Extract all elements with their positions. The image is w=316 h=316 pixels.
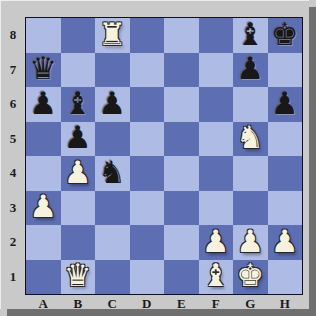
- square-e8[interactable]: [164, 18, 199, 53]
- square-e1[interactable]: [164, 260, 199, 295]
- square-a8[interactable]: [26, 18, 61, 53]
- rank-label-8: 8: [1, 18, 25, 53]
- square-c7[interactable]: [95, 53, 130, 88]
- square-c4[interactable]: ♞: [95, 156, 130, 191]
- square-g5[interactable]: ♞: [233, 122, 268, 157]
- square-a2[interactable]: [26, 225, 61, 260]
- file-label-a: A: [26, 296, 61, 311]
- square-g3[interactable]: [233, 191, 268, 226]
- rank-labels: 87654321: [1, 18, 25, 294]
- piece-black-bishop[interactable]: ♝: [64, 88, 92, 119]
- rank-label-4: 4: [1, 156, 25, 191]
- rank-label-3: 3: [1, 191, 25, 226]
- piece-white-pawn[interactable]: ♟: [271, 226, 299, 257]
- square-c5[interactable]: [95, 122, 130, 157]
- square-d8[interactable]: [130, 18, 165, 53]
- square-d6[interactable]: [130, 87, 165, 122]
- piece-white-king[interactable]: ♚: [236, 260, 264, 291]
- file-label-b: B: [61, 296, 96, 311]
- file-labels: ABCDEFGH: [26, 296, 302, 311]
- piece-black-pawn[interactable]: ♟: [236, 53, 264, 84]
- rank-label-5: 5: [1, 122, 25, 157]
- square-g4[interactable]: [233, 156, 268, 191]
- square-a4[interactable]: [26, 156, 61, 191]
- square-b6[interactable]: ♝: [61, 87, 96, 122]
- file-label-h: H: [268, 296, 303, 311]
- square-h5[interactable]: [268, 122, 303, 157]
- square-f1[interactable]: ♝: [199, 260, 234, 295]
- square-g8[interactable]: ♝: [233, 18, 268, 53]
- file-label-c: C: [95, 296, 130, 311]
- square-a6[interactable]: ♟: [26, 87, 61, 122]
- square-h6[interactable]: ♟: [268, 87, 303, 122]
- square-d3[interactable]: [130, 191, 165, 226]
- chess-board: ♜♝♚♛♟♟♝♟♟♟♞♟♞♟♟♟♟♛♝♚: [25, 17, 303, 295]
- piece-white-rook[interactable]: ♜: [98, 19, 126, 50]
- piece-white-bishop[interactable]: ♝: [202, 260, 230, 291]
- piece-black-queen[interactable]: ♛: [29, 53, 57, 84]
- square-a1[interactable]: [26, 260, 61, 295]
- square-b7[interactable]: [61, 53, 96, 88]
- piece-white-pawn[interactable]: ♟: [29, 191, 57, 222]
- square-b1[interactable]: ♛: [61, 260, 96, 295]
- square-h2[interactable]: ♟: [268, 225, 303, 260]
- rank-label-2: 2: [1, 225, 25, 260]
- square-a7[interactable]: ♛: [26, 53, 61, 88]
- square-b2[interactable]: [61, 225, 96, 260]
- square-b8[interactable]: [61, 18, 96, 53]
- square-c6[interactable]: ♟: [95, 87, 130, 122]
- square-a3[interactable]: ♟: [26, 191, 61, 226]
- square-f3[interactable]: [199, 191, 234, 226]
- file-label-g: G: [233, 296, 268, 311]
- square-h4[interactable]: [268, 156, 303, 191]
- piece-white-pawn[interactable]: ♟: [236, 226, 264, 257]
- square-d7[interactable]: [130, 53, 165, 88]
- square-b3[interactable]: [61, 191, 96, 226]
- square-g1[interactable]: ♚: [233, 260, 268, 295]
- piece-white-pawn[interactable]: ♟: [64, 157, 92, 188]
- square-g2[interactable]: ♟: [233, 225, 268, 260]
- square-c3[interactable]: [95, 191, 130, 226]
- piece-black-pawn[interactable]: ♟: [271, 88, 299, 119]
- square-e7[interactable]: [164, 53, 199, 88]
- piece-black-pawn[interactable]: ♟: [98, 88, 126, 119]
- square-a5[interactable]: [26, 122, 61, 157]
- piece-white-queen[interactable]: ♛: [64, 260, 92, 291]
- square-f6[interactable]: [199, 87, 234, 122]
- square-h8[interactable]: ♚: [268, 18, 303, 53]
- square-e4[interactable]: [164, 156, 199, 191]
- square-c8[interactable]: ♜: [95, 18, 130, 53]
- square-f4[interactable]: [199, 156, 234, 191]
- square-h1[interactable]: [268, 260, 303, 295]
- square-b5[interactable]: ♟: [61, 122, 96, 157]
- piece-white-pawn[interactable]: ♟: [202, 226, 230, 257]
- piece-black-bishop[interactable]: ♝: [236, 19, 264, 50]
- file-label-f: F: [199, 296, 234, 311]
- rank-label-7: 7: [1, 53, 25, 88]
- square-b4[interactable]: ♟: [61, 156, 96, 191]
- piece-black-knight[interactable]: ♞: [98, 157, 126, 188]
- square-f2[interactable]: ♟: [199, 225, 234, 260]
- piece-black-pawn[interactable]: ♟: [64, 122, 92, 153]
- piece-white-knight[interactable]: ♞: [236, 122, 264, 153]
- square-h7[interactable]: [268, 53, 303, 88]
- square-d1[interactable]: [130, 260, 165, 295]
- piece-black-pawn[interactable]: ♟: [29, 88, 57, 119]
- square-g7[interactable]: ♟: [233, 53, 268, 88]
- square-d4[interactable]: [130, 156, 165, 191]
- square-g6[interactable]: [233, 87, 268, 122]
- square-d5[interactable]: [130, 122, 165, 157]
- square-f5[interactable]: [199, 122, 234, 157]
- file-label-d: D: [130, 296, 165, 311]
- square-c2[interactable]: [95, 225, 130, 260]
- file-label-e: E: [164, 296, 199, 311]
- square-f7[interactable]: [199, 53, 234, 88]
- piece-black-king[interactable]: ♚: [271, 19, 299, 50]
- square-f8[interactable]: [199, 18, 234, 53]
- square-e2[interactable]: [164, 225, 199, 260]
- rank-label-6: 6: [1, 87, 25, 122]
- square-e3[interactable]: [164, 191, 199, 226]
- square-e5[interactable]: [164, 122, 199, 157]
- rank-label-1: 1: [1, 260, 25, 295]
- square-c1[interactable]: [95, 260, 130, 295]
- square-e6[interactable]: [164, 87, 199, 122]
- chessboard-widget: 87654321 ♜♝♚♛♟♟♝♟♟♟♞♟♞♟♟♟♟♛♝♚ ABCDEFGH: [0, 0, 316, 316]
- board-panel: 87654321 ♜♝♚♛♟♟♝♟♟♟♞♟♞♟♟♟♟♛♝♚ ABCDEFGH: [0, 0, 309, 309]
- square-h3[interactable]: [268, 191, 303, 226]
- square-d2[interactable]: [130, 225, 165, 260]
